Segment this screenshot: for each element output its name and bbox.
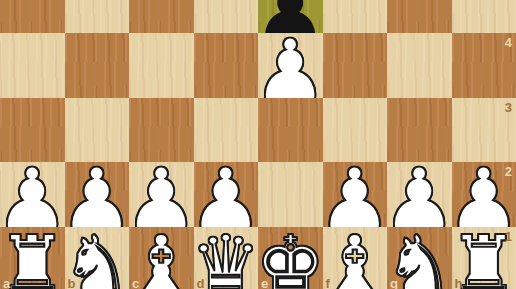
square-c1[interactable]: ♝c — [129, 227, 194, 289]
square-g2[interactable]: ♟ — [387, 162, 452, 227]
square-g1[interactable]: ♞g — [387, 227, 452, 289]
square-a2[interactable]: ♟ — [0, 162, 65, 227]
file-label-h: h — [455, 277, 463, 289]
square-e2[interactable] — [258, 162, 323, 227]
square-d4[interactable] — [194, 33, 259, 98]
square-c4[interactable] — [129, 33, 194, 98]
square-g4[interactable] — [387, 33, 452, 98]
square-a4[interactable] — [0, 33, 65, 98]
square-f2[interactable]: ♟ — [323, 162, 388, 227]
square-b4[interactable] — [65, 33, 130, 98]
file-label-g: g — [390, 277, 398, 289]
square-d1[interactable]: ♛d — [194, 227, 259, 289]
file-label-d: d — [197, 277, 205, 289]
square-h4[interactable]: 4 — [452, 33, 516, 98]
square-h5[interactable]: 5 — [452, 0, 516, 33]
file-label-e: e — [261, 277, 268, 289]
square-e4[interactable]: ♟ — [258, 33, 323, 98]
square-c2[interactable]: ♟ — [129, 162, 194, 227]
rank-label-3: 3 — [505, 101, 512, 114]
square-g5[interactable] — [387, 0, 452, 33]
board-grid: ♜♞♝♛♚♝♞♜8♟♟♟♟♟♟♟76♟5♟43♟♟♟♟♟♟♟2♜a♞b♝c♛d♚… — [0, 0, 516, 289]
chess-board[interactable]: ♜♞♝♛♚♝♞♜8♟♟♟♟♟♟♟76♟5♟43♟♟♟♟♟♟♟2♜a♞b♝c♛d♚… — [0, 0, 516, 289]
square-a1[interactable]: ♜a — [0, 227, 65, 289]
square-a5[interactable] — [0, 0, 65, 33]
square-b2[interactable]: ♟ — [65, 162, 130, 227]
square-b5[interactable] — [65, 0, 130, 33]
square-b1[interactable]: ♞b — [65, 227, 130, 289]
square-f1[interactable]: ♝f — [323, 227, 388, 289]
rank-label-2: 2 — [505, 165, 512, 178]
square-e1[interactable]: ♚e — [258, 227, 323, 289]
square-d2[interactable]: ♟ — [194, 162, 259, 227]
rank-label-4: 4 — [505, 36, 512, 49]
white-bishop-icon[interactable]: ♝ — [320, 232, 390, 289]
square-f5[interactable] — [323, 0, 388, 33]
file-label-c: c — [132, 277, 139, 289]
square-f4[interactable] — [323, 33, 388, 98]
file-label-f: f — [326, 277, 330, 289]
square-d5[interactable] — [194, 0, 259, 33]
square-e3[interactable] — [258, 98, 323, 163]
square-h2[interactable]: ♟2 — [452, 162, 516, 227]
square-c5[interactable] — [129, 0, 194, 33]
white-pawn-icon[interactable]: ♟ — [253, 38, 328, 103]
square-h1[interactable]: ♜h1 — [452, 227, 516, 289]
file-label-b: b — [68, 277, 76, 289]
rank-label-1: 1 — [505, 230, 512, 243]
file-label-a: a — [3, 277, 10, 289]
